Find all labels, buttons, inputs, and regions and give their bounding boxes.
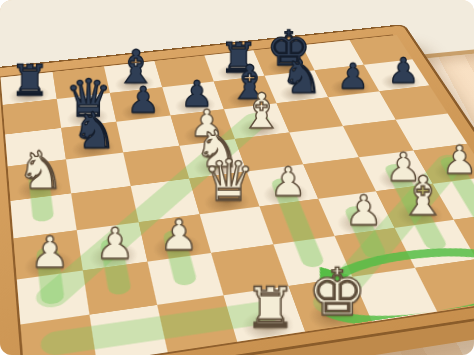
square-b1[interactable]: [89, 304, 167, 355]
square-c7[interactable]: ♟: [110, 87, 171, 121]
square-c5[interactable]: [123, 145, 189, 185]
square-f3[interactable]: ♟: [318, 191, 394, 236]
black-knight[interactable]: ♞: [280, 53, 323, 99]
white-pawn[interactable]: ♟: [345, 189, 383, 230]
black-pawn[interactable]: ♟: [337, 58, 369, 93]
white-pawn[interactable]: ♟: [95, 222, 134, 265]
square-d1[interactable]: ♜: [224, 286, 306, 342]
white-bishop[interactable]: ♝: [398, 169, 448, 223]
white-pawn[interactable]: ♟: [159, 213, 198, 255]
black-knight[interactable]: ♞: [71, 105, 117, 155]
white-knight[interactable]: ♞: [17, 144, 65, 196]
square-b3[interactable]: ♟: [77, 222, 148, 270]
square-e1[interactable]: ♚: [289, 276, 372, 331]
square-h7[interactable]: ♟: [364, 59, 430, 91]
board-grid: ♜♝♜♚♛♟♟♝♞♟♟♞♟♝♞♞♛♟♟♟♟♟♟♟♝♜♚♜: [1, 35, 474, 355]
black-pawn[interactable]: ♟: [126, 82, 159, 118]
white-pawn[interactable]: ♟: [270, 161, 307, 201]
white-bishop[interactable]: ♝: [239, 87, 284, 135]
square-c3[interactable]: ♟: [139, 214, 211, 261]
board-scene: ♜♝♜♚♛♟♟♝♞♟♟♞♟♝♞♞♛♟♟♟♟♟♟♟♝♜♚♜: [0, 0, 474, 355]
square-b2[interactable]: [83, 261, 157, 314]
black-rook[interactable]: ♜: [10, 59, 49, 102]
square-d4[interactable]: ♛: [189, 171, 259, 214]
square-e4[interactable]: ♟: [247, 164, 319, 206]
square-a5[interactable]: ♞: [8, 159, 71, 201]
white-queen[interactable]: ♛: [203, 152, 256, 209]
chess-illustration: ♜♝♜♚♛♟♟♝♞♟♟♞♟♝♞♞♛♟♟♟♟♟♟♟♝♜♚♜: [0, 0, 474, 355]
white-rook[interactable]: ♜: [245, 279, 296, 335]
white-pawn[interactable]: ♟: [30, 230, 70, 273]
square-a8[interactable]: ♜: [1, 71, 57, 104]
black-pawn[interactable]: ♟: [387, 53, 419, 88]
square-b6[interactable]: ♞: [61, 121, 123, 159]
chessboard: ♜♝♜♚♛♟♟♝♞♟♟♞♟♝♞♞♛♟♟♟♟♟♟♟♝♜♚♜: [0, 24, 474, 355]
white-king[interactable]: ♚: [307, 260, 367, 325]
board-frame: ♜♝♜♚♛♟♟♝♞♟♟♞♟♝♞♞♛♟♟♟♟♟♟♟♝♜♚♜: [0, 24, 474, 355]
square-c1[interactable]: [157, 295, 237, 352]
